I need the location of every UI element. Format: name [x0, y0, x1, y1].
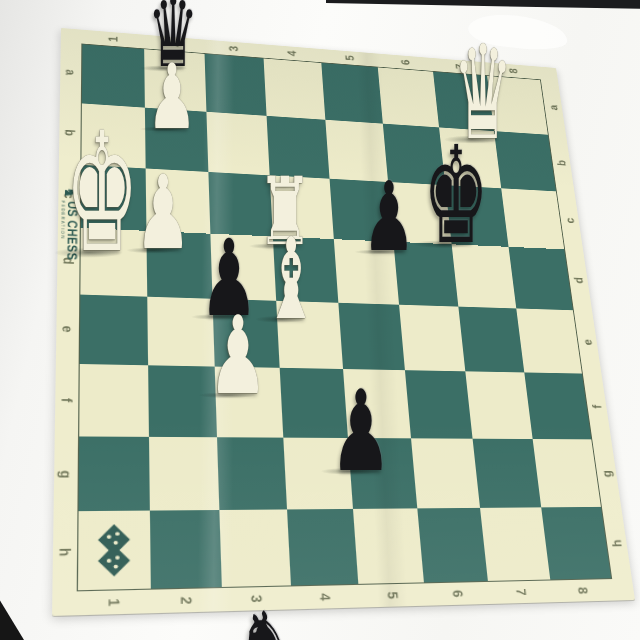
piece-white-pawn-f3[interactable]: ♟: [208, 302, 268, 410]
pieces-layer: ♛♟♛♚♟♜♟♚♟♝♟♟♞: [0, 0, 640, 640]
piece-black-pawn-d6[interactable]: ♟: [362, 169, 415, 265]
piece-white-bishop-e4[interactable]: ♝: [263, 223, 318, 335]
piece-white-pawn-b2[interactable]: ♟: [147, 52, 197, 142]
piece-white-pawn-d2[interactable]: ♟: [135, 162, 192, 264]
piece-black-captured-unknown[interactable]: ♞: [236, 600, 297, 640]
piece-black-king-d7[interactable]: ♚: [423, 129, 489, 263]
chess-photo-scene: 1122334455667788aabbccddeeffgghh♞US CHES…: [0, 0, 640, 640]
piece-black-pawn-g5[interactable]: ♟: [330, 375, 392, 487]
piece-white-king-d1[interactable]: ♚: [65, 111, 139, 276]
